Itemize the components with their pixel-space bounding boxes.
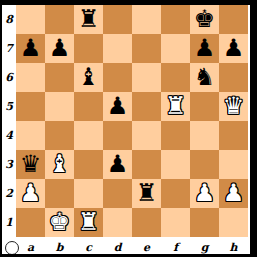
square-c1[interactable]: ♜ (74, 208, 103, 237)
square-g3[interactable] (190, 150, 219, 179)
square-a5[interactable] (16, 92, 45, 121)
square-d2[interactable] (103, 179, 132, 208)
piece-black-king: ♚ (194, 5, 216, 34)
file-label-f: f (161, 239, 190, 255)
piece-black-pawn: ♟ (194, 34, 216, 63)
square-h8[interactable] (219, 5, 248, 34)
square-b2[interactable] (45, 179, 74, 208)
square-g8[interactable]: ♚ (190, 5, 219, 34)
square-h4[interactable] (219, 121, 248, 150)
square-b6[interactable] (45, 63, 74, 92)
file-label-e: e (132, 239, 161, 255)
file-label-c: c (74, 239, 103, 255)
square-h6[interactable] (219, 63, 248, 92)
square-c7[interactable] (74, 34, 103, 63)
square-b8[interactable] (45, 5, 74, 34)
piece-black-pawn: ♟ (49, 34, 71, 63)
file-label-d: d (103, 239, 132, 255)
square-g6[interactable]: ♞ (190, 63, 219, 92)
square-c4[interactable] (74, 121, 103, 150)
square-d3[interactable]: ♟ (103, 150, 132, 179)
square-h7[interactable]: ♟ (219, 34, 248, 63)
square-d4[interactable] (103, 121, 132, 150)
square-f3[interactable] (161, 150, 190, 179)
square-a6[interactable] (16, 63, 45, 92)
square-f8[interactable] (161, 5, 190, 34)
square-h2[interactable]: ♟ (219, 179, 248, 208)
piece-white-rook: ♜ (78, 208, 100, 237)
file-label-h: h (219, 239, 248, 255)
square-g5[interactable] (190, 92, 219, 121)
file-label-g: g (190, 239, 219, 255)
square-b4[interactable] (45, 121, 74, 150)
square-g7[interactable]: ♟ (190, 34, 219, 63)
square-h1[interactable] (219, 208, 248, 237)
rank-label-5: 5 (2, 92, 16, 121)
square-g1[interactable] (190, 208, 219, 237)
piece-white-king: ♚ (49, 208, 71, 237)
square-c2[interactable] (74, 179, 103, 208)
white-to-move-indicator (5, 241, 19, 255)
square-b3[interactable]: ♝ (45, 150, 74, 179)
piece-black-pawn: ♟ (223, 34, 245, 63)
chess-board: ♜♚♟♟♟♟♝♞♟♜♛♛♝♟♟♜♟♟♚♜ (16, 5, 248, 237)
rank-label-8: 8 (2, 5, 16, 34)
piece-white-pawn: ♟ (20, 179, 42, 208)
square-f5[interactable]: ♜ (161, 92, 190, 121)
square-c8[interactable]: ♜ (74, 5, 103, 34)
rank-label-7: 7 (2, 34, 16, 63)
square-a2[interactable]: ♟ (16, 179, 45, 208)
square-e7[interactable] (132, 34, 161, 63)
piece-white-queen: ♛ (223, 92, 245, 121)
square-c6[interactable]: ♝ (74, 63, 103, 92)
square-a3[interactable]: ♛ (16, 150, 45, 179)
square-e5[interactable] (132, 92, 161, 121)
square-c3[interactable] (74, 150, 103, 179)
square-g2[interactable]: ♟ (190, 179, 219, 208)
square-f2[interactable] (161, 179, 190, 208)
square-d1[interactable] (103, 208, 132, 237)
file-label-b: b (45, 239, 74, 255)
piece-black-rook: ♜ (136, 179, 158, 208)
rank-label-1: 1 (2, 208, 16, 237)
square-b5[interactable] (45, 92, 74, 121)
piece-white-rook: ♜ (165, 92, 187, 121)
square-c5[interactable] (74, 92, 103, 121)
square-b1[interactable]: ♚ (45, 208, 74, 237)
square-h5[interactable]: ♛ (219, 92, 248, 121)
chess-diagram: ♜♚♟♟♟♟♝♞♟♜♛♛♝♟♟♜♟♟♚♜ 87654321 abcdefgh (0, 0, 257, 257)
piece-black-rook: ♜ (78, 5, 100, 34)
piece-white-pawn: ♟ (223, 179, 245, 208)
square-d6[interactable] (103, 63, 132, 92)
rank-label-3: 3 (2, 150, 16, 179)
square-f6[interactable] (161, 63, 190, 92)
rank-label-4: 4 (2, 121, 16, 150)
square-a1[interactable] (16, 208, 45, 237)
square-e2[interactable]: ♜ (132, 179, 161, 208)
square-a7[interactable]: ♟ (16, 34, 45, 63)
square-d8[interactable] (103, 5, 132, 34)
piece-black-queen: ♛ (20, 150, 42, 179)
square-g4[interactable] (190, 121, 219, 150)
square-e6[interactable] (132, 63, 161, 92)
square-e1[interactable] (132, 208, 161, 237)
piece-black-pawn: ♟ (107, 150, 129, 179)
square-a4[interactable] (16, 121, 45, 150)
square-f7[interactable] (161, 34, 190, 63)
piece-black-bishop: ♝ (78, 63, 100, 92)
square-b7[interactable]: ♟ (45, 34, 74, 63)
square-f4[interactable] (161, 121, 190, 150)
square-d5[interactable]: ♟ (103, 92, 132, 121)
square-a8[interactable] (16, 5, 45, 34)
rank-label-2: 2 (2, 179, 16, 208)
rank-label-6: 6 (2, 63, 16, 92)
piece-white-pawn: ♟ (194, 179, 216, 208)
square-h3[interactable] (219, 150, 248, 179)
piece-white-bishop: ♝ (49, 150, 71, 179)
square-e3[interactable] (132, 150, 161, 179)
file-label-a: a (16, 239, 45, 255)
square-e4[interactable] (132, 121, 161, 150)
square-d7[interactable] (103, 34, 132, 63)
piece-black-knight: ♞ (194, 63, 216, 92)
piece-black-pawn: ♟ (107, 92, 129, 121)
square-e8[interactable] (132, 5, 161, 34)
square-f1[interactable] (161, 208, 190, 237)
piece-black-pawn: ♟ (20, 34, 42, 63)
